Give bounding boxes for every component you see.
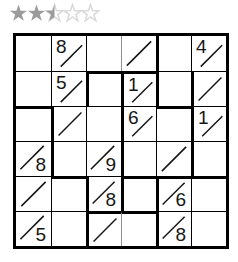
- puzzle-page: 845161898658: [0, 0, 238, 262]
- cell-r2c4[interactable]: 1: [121, 71, 156, 106]
- cell-r4c5[interactable]: [156, 141, 191, 176]
- clue-slash-icon: [89, 214, 121, 246]
- cell-r3c2[interactable]: [51, 106, 86, 141]
- cell-r5c4[interactable]: [121, 176, 156, 211]
- clue-digit: 1: [198, 108, 209, 127]
- difficulty-rating: [9, 3, 99, 23]
- cell-r6c5[interactable]: 8: [156, 211, 191, 246]
- star-outline-icon: [63, 3, 82, 23]
- clue-digit: 9: [105, 155, 116, 174]
- puzzle-board: 845161898658: [13, 33, 229, 249]
- cell-r5c1[interactable]: [16, 176, 51, 211]
- star-filled-icon: [9, 3, 28, 23]
- cell-r6c2[interactable]: [51, 211, 86, 246]
- cell-r3c3[interactable]: [86, 106, 121, 141]
- cell-r3c6[interactable]: 1: [191, 106, 226, 141]
- star-half-icon: [45, 3, 64, 23]
- cell-r4c6[interactable]: [191, 141, 226, 176]
- cell-r5c5[interactable]: 6: [156, 176, 191, 211]
- clue-slash-icon: [54, 107, 86, 141]
- cell-r5c3[interactable]: 8: [86, 176, 121, 211]
- clue-digit: 5: [35, 225, 46, 244]
- cell-r5c2[interactable]: [51, 176, 86, 211]
- cell-r1c4[interactable]: [121, 36, 156, 71]
- clue-digit: 8: [56, 37, 67, 56]
- clue-digit: 6: [175, 190, 186, 209]
- clue-digit: 8: [35, 155, 46, 174]
- clue-digit: 6: [128, 108, 139, 127]
- clue-slash-icon: [194, 72, 226, 106]
- clue-slash-icon: [157, 142, 191, 176]
- cell-r6c1[interactable]: 5: [16, 211, 51, 246]
- star-outline-icon: [81, 3, 100, 23]
- cell-r3c4[interactable]: 6: [121, 106, 156, 141]
- cell-r6c6[interactable]: [191, 211, 226, 246]
- clue-slash-icon: [16, 177, 51, 211]
- cell-r4c4[interactable]: [121, 141, 156, 176]
- cell-r1c2[interactable]: 8: [51, 36, 86, 71]
- clue-slash-icon: [122, 36, 156, 71]
- cell-r1c3[interactable]: [86, 36, 121, 71]
- cell-r4c3[interactable]: 9: [86, 141, 121, 176]
- clue-digit: 1: [128, 75, 139, 94]
- cell-r3c1[interactable]: [16, 106, 51, 141]
- clue-digit: 8: [175, 225, 186, 244]
- cell-r5c6[interactable]: [191, 176, 226, 211]
- cell-r4c2[interactable]: [51, 141, 86, 176]
- cell-r2c1[interactable]: [16, 71, 51, 106]
- cell-r1c1[interactable]: [16, 36, 51, 71]
- cell-r3c5[interactable]: [156, 106, 191, 141]
- cell-r2c3[interactable]: [86, 71, 121, 106]
- cell-r2c2[interactable]: 5: [51, 71, 86, 106]
- cell-r4c1[interactable]: 8: [16, 141, 51, 176]
- clue-digit: 8: [105, 190, 116, 209]
- clue-digit: 4: [196, 37, 207, 56]
- star-filled-icon: [27, 3, 46, 23]
- clue-digit: 5: [56, 73, 67, 92]
- cell-r2c5[interactable]: [156, 71, 191, 106]
- cell-r6c3[interactable]: [86, 211, 121, 246]
- cell-r1c6[interactable]: 4: [191, 36, 226, 71]
- cell-r1c5[interactable]: [156, 36, 191, 71]
- cell-r2c6[interactable]: [191, 71, 226, 106]
- cell-r6c4[interactable]: [121, 211, 156, 246]
